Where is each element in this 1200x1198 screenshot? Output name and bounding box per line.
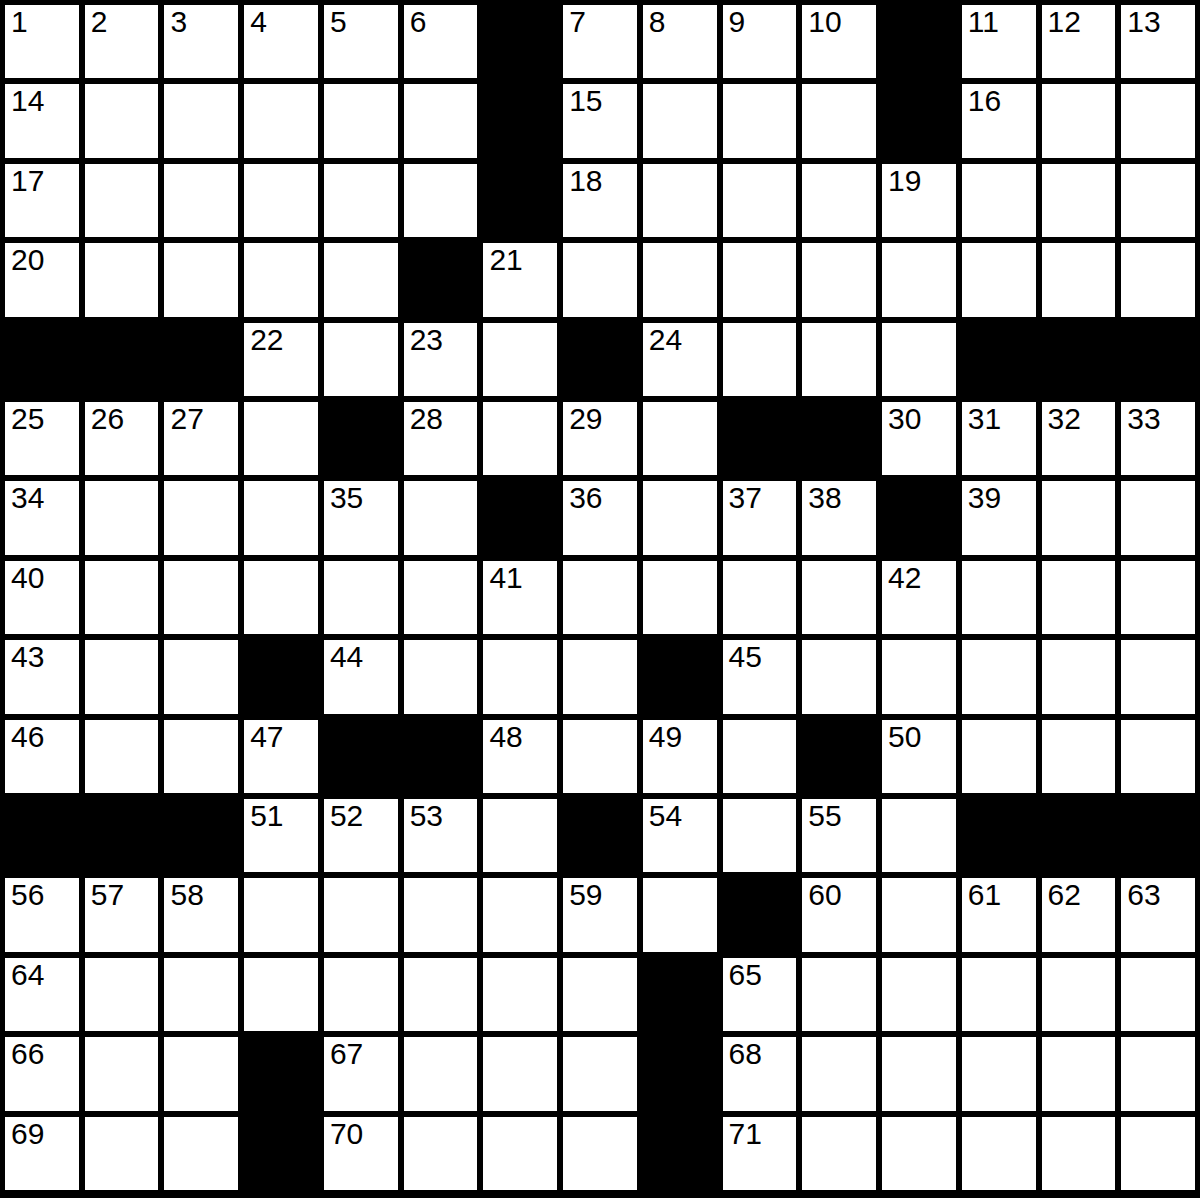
cell-r1c2[interactable]: 2 bbox=[85, 5, 159, 78]
clue-number: 63 bbox=[1127, 880, 1160, 910]
cell-r8c8[interactable] bbox=[563, 561, 637, 634]
black-cell-r14c4 bbox=[244, 1037, 318, 1110]
clue-number: 14 bbox=[11, 86, 44, 116]
black-cell-r6c11 bbox=[802, 402, 876, 475]
clue-number: 25 bbox=[11, 404, 44, 434]
cell-r9c7[interactable] bbox=[483, 640, 557, 713]
cell-r1c5[interactable]: 5 bbox=[324, 5, 398, 78]
crossword-grid: 1234567891011121314151617181920212223242… bbox=[0, 0, 1200, 1198]
cell-r13c12[interactable] bbox=[882, 958, 956, 1031]
cell-r7c9[interactable] bbox=[643, 481, 717, 554]
cell-r13c2[interactable] bbox=[85, 958, 159, 1031]
cell-r13c8[interactable] bbox=[563, 958, 637, 1031]
cell-r9c11[interactable] bbox=[802, 640, 876, 713]
black-cell-r13c9 bbox=[643, 958, 717, 1031]
cell-r2c5[interactable] bbox=[324, 84, 398, 157]
cell-r7c15[interactable] bbox=[1121, 481, 1195, 554]
clue-number: 57 bbox=[91, 880, 124, 910]
cell-r15c12[interactable] bbox=[882, 1117, 956, 1190]
cell-r11c5[interactable]: 52 bbox=[324, 799, 398, 872]
cell-r5c4[interactable]: 22 bbox=[244, 323, 318, 396]
cell-r14c13[interactable] bbox=[962, 1037, 1036, 1110]
clue-number: 13 bbox=[1127, 7, 1160, 37]
clue-number: 67 bbox=[330, 1039, 363, 1069]
black-cell-r7c7 bbox=[483, 481, 557, 554]
clue-number: 62 bbox=[1048, 880, 1081, 910]
cell-r10c1[interactable]: 46 bbox=[5, 720, 79, 793]
cell-r14c15[interactable] bbox=[1121, 1037, 1195, 1110]
cell-r14c1[interactable]: 66 bbox=[5, 1037, 79, 1110]
black-cell-r4c6 bbox=[404, 243, 478, 316]
cell-r2c8[interactable]: 15 bbox=[563, 84, 637, 157]
black-cell-r5c13 bbox=[962, 323, 1036, 396]
clue-number: 56 bbox=[11, 880, 44, 910]
cell-r13c14[interactable] bbox=[1042, 958, 1116, 1031]
cell-r10c7[interactable]: 48 bbox=[483, 720, 557, 793]
cell-r15c6[interactable] bbox=[404, 1117, 478, 1190]
cell-r15c14[interactable] bbox=[1042, 1117, 1116, 1190]
cell-r14c8[interactable] bbox=[563, 1037, 637, 1110]
clue-number: 36 bbox=[569, 483, 602, 513]
cell-r3c3[interactable] bbox=[164, 164, 238, 237]
clue-number: 34 bbox=[11, 483, 44, 513]
cell-r2c15[interactable] bbox=[1121, 84, 1195, 157]
cell-r4c10[interactable] bbox=[723, 243, 797, 316]
cell-r8c2[interactable] bbox=[85, 561, 159, 634]
clue-number: 24 bbox=[649, 325, 682, 355]
cell-r10c12[interactable]: 50 bbox=[882, 720, 956, 793]
cell-r1c3[interactable]: 3 bbox=[164, 5, 238, 78]
cell-r8c1[interactable]: 40 bbox=[5, 561, 79, 634]
cell-r13c11[interactable] bbox=[802, 958, 876, 1031]
cell-r15c8[interactable] bbox=[563, 1117, 637, 1190]
black-cell-r10c11 bbox=[802, 720, 876, 793]
cell-r14c12[interactable] bbox=[882, 1037, 956, 1110]
cell-r14c6[interactable] bbox=[404, 1037, 478, 1110]
cell-r6c3[interactable]: 27 bbox=[164, 402, 238, 475]
black-cell-r11c14 bbox=[1042, 799, 1116, 872]
cell-r12c4[interactable] bbox=[244, 878, 318, 951]
clue-number: 55 bbox=[808, 801, 841, 831]
cell-r7c4[interactable] bbox=[244, 481, 318, 554]
black-cell-r2c7 bbox=[483, 84, 557, 157]
black-cell-r5c1 bbox=[5, 323, 79, 396]
clue-number: 52 bbox=[330, 801, 363, 831]
cell-r2c13[interactable]: 16 bbox=[962, 84, 1036, 157]
clue-number: 30 bbox=[888, 404, 921, 434]
cell-r3c11[interactable] bbox=[802, 164, 876, 237]
cell-r7c1[interactable]: 34 bbox=[5, 481, 79, 554]
clue-number: 2 bbox=[91, 7, 108, 37]
cell-r6c13[interactable]: 31 bbox=[962, 402, 1036, 475]
clue-number: 1 bbox=[11, 7, 28, 37]
cell-r2c6[interactable] bbox=[404, 84, 478, 157]
black-cell-r11c13 bbox=[962, 799, 1036, 872]
cell-r14c7[interactable] bbox=[483, 1037, 557, 1110]
cell-r2c11[interactable] bbox=[802, 84, 876, 157]
cell-r9c8[interactable] bbox=[563, 640, 637, 713]
cell-r3c15[interactable] bbox=[1121, 164, 1195, 237]
clue-number: 33 bbox=[1127, 404, 1160, 434]
cell-r8c11[interactable] bbox=[802, 561, 876, 634]
cell-r7c10[interactable]: 37 bbox=[723, 481, 797, 554]
cell-r4c15[interactable] bbox=[1121, 243, 1195, 316]
black-cell-r11c15 bbox=[1121, 799, 1195, 872]
clue-number: 7 bbox=[569, 7, 586, 37]
cell-r3c1[interactable]: 17 bbox=[5, 164, 79, 237]
clue-number: 51 bbox=[250, 801, 283, 831]
clue-number: 16 bbox=[968, 86, 1001, 116]
cell-r13c4[interactable] bbox=[244, 958, 318, 1031]
cell-r11c10[interactable] bbox=[723, 799, 797, 872]
cell-r6c8[interactable]: 29 bbox=[563, 402, 637, 475]
cell-r13c15[interactable] bbox=[1121, 958, 1195, 1031]
cell-r3c8[interactable]: 18 bbox=[563, 164, 637, 237]
cell-r6c7[interactable] bbox=[483, 402, 557, 475]
black-cell-r11c3 bbox=[164, 799, 238, 872]
cell-r2c2[interactable] bbox=[85, 84, 159, 157]
cell-r12c2[interactable]: 57 bbox=[85, 878, 159, 951]
clue-number: 70 bbox=[330, 1119, 363, 1149]
cell-r8c7[interactable]: 41 bbox=[483, 561, 557, 634]
cell-r4c8[interactable] bbox=[563, 243, 637, 316]
cell-r11c11[interactable]: 55 bbox=[802, 799, 876, 872]
cell-r10c14[interactable] bbox=[1042, 720, 1116, 793]
cell-r3c6[interactable] bbox=[404, 164, 478, 237]
cell-r6c9[interactable] bbox=[643, 402, 717, 475]
clue-number: 3 bbox=[170, 7, 187, 37]
clue-number: 37 bbox=[729, 483, 762, 513]
cell-r1c6[interactable]: 6 bbox=[404, 5, 478, 78]
clue-number: 39 bbox=[968, 483, 1001, 513]
cell-r4c2[interactable] bbox=[85, 243, 159, 316]
cell-r11c4[interactable]: 51 bbox=[244, 799, 318, 872]
cell-r7c2[interactable] bbox=[85, 481, 159, 554]
black-cell-r15c9 bbox=[643, 1117, 717, 1190]
black-cell-r5c2 bbox=[85, 323, 159, 396]
clue-number: 43 bbox=[11, 642, 44, 672]
cell-r7c11[interactable]: 38 bbox=[802, 481, 876, 554]
clue-number: 40 bbox=[11, 563, 44, 593]
cell-r13c3[interactable] bbox=[164, 958, 238, 1031]
clue-number: 29 bbox=[569, 404, 602, 434]
cell-r13c10[interactable]: 65 bbox=[723, 958, 797, 1031]
black-cell-r2c12 bbox=[882, 84, 956, 157]
cell-r9c1[interactable]: 43 bbox=[5, 640, 79, 713]
cell-r13c6[interactable] bbox=[404, 958, 478, 1031]
clue-number: 22 bbox=[250, 325, 283, 355]
cell-r10c3[interactable] bbox=[164, 720, 238, 793]
cell-r15c3[interactable] bbox=[164, 1117, 238, 1190]
cell-r7c5[interactable]: 35 bbox=[324, 481, 398, 554]
clue-number: 46 bbox=[11, 722, 44, 752]
cell-r1c8[interactable]: 7 bbox=[563, 5, 637, 78]
cell-r10c8[interactable] bbox=[563, 720, 637, 793]
cell-r13c5[interactable] bbox=[324, 958, 398, 1031]
black-cell-r5c8 bbox=[563, 323, 637, 396]
black-cell-r1c12 bbox=[882, 5, 956, 78]
cell-r4c12[interactable] bbox=[882, 243, 956, 316]
cell-r4c3[interactable] bbox=[164, 243, 238, 316]
cell-r5c11[interactable] bbox=[802, 323, 876, 396]
clue-number: 45 bbox=[729, 642, 762, 672]
black-cell-r1c7 bbox=[483, 5, 557, 78]
clue-number: 12 bbox=[1048, 7, 1081, 37]
cell-r10c15[interactable] bbox=[1121, 720, 1195, 793]
cell-r12c12[interactable] bbox=[882, 878, 956, 951]
cell-r1c14[interactable]: 12 bbox=[1042, 5, 1116, 78]
cell-r12c5[interactable] bbox=[324, 878, 398, 951]
black-cell-r7c12 bbox=[882, 481, 956, 554]
clue-number: 27 bbox=[170, 404, 203, 434]
black-cell-r11c8 bbox=[563, 799, 637, 872]
cell-r10c13[interactable] bbox=[962, 720, 1036, 793]
cell-r7c13[interactable]: 39 bbox=[962, 481, 1036, 554]
cell-r7c8[interactable]: 36 bbox=[563, 481, 637, 554]
clue-number: 60 bbox=[808, 880, 841, 910]
clue-number: 20 bbox=[11, 245, 44, 275]
clue-number: 35 bbox=[330, 483, 363, 513]
clue-number: 47 bbox=[250, 722, 283, 752]
cell-r5c7[interactable] bbox=[483, 323, 557, 396]
clue-number: 48 bbox=[489, 722, 522, 752]
cell-r2c1[interactable]: 14 bbox=[5, 84, 79, 157]
clue-number: 66 bbox=[11, 1039, 44, 1069]
cell-r8c15[interactable] bbox=[1121, 561, 1195, 634]
cell-r6c2[interactable]: 26 bbox=[85, 402, 159, 475]
cell-r12c11[interactable]: 60 bbox=[802, 878, 876, 951]
cell-r3c2[interactable] bbox=[85, 164, 159, 237]
cell-r4c5[interactable] bbox=[324, 243, 398, 316]
black-cell-r5c14 bbox=[1042, 323, 1116, 396]
cell-r1c4[interactable]: 4 bbox=[244, 5, 318, 78]
clue-number: 23 bbox=[410, 325, 443, 355]
cell-r4c11[interactable] bbox=[802, 243, 876, 316]
black-cell-r6c5 bbox=[324, 402, 398, 475]
cell-r6c12[interactable]: 30 bbox=[882, 402, 956, 475]
cell-r15c11[interactable] bbox=[802, 1117, 876, 1190]
cell-r2c10[interactable] bbox=[723, 84, 797, 157]
cell-r12c15[interactable]: 63 bbox=[1121, 878, 1195, 951]
cell-r3c12[interactable]: 19 bbox=[882, 164, 956, 237]
cell-r3c13[interactable] bbox=[962, 164, 1036, 237]
cell-r10c9[interactable]: 49 bbox=[643, 720, 717, 793]
black-cell-r9c4 bbox=[244, 640, 318, 713]
clue-number: 38 bbox=[808, 483, 841, 513]
black-cell-r11c1 bbox=[5, 799, 79, 872]
cell-r6c14[interactable]: 32 bbox=[1042, 402, 1116, 475]
cell-r4c4[interactable] bbox=[244, 243, 318, 316]
cell-r15c2[interactable] bbox=[85, 1117, 159, 1190]
clue-number: 50 bbox=[888, 722, 921, 752]
cell-r8c6[interactable] bbox=[404, 561, 478, 634]
cell-r12c3[interactable]: 58 bbox=[164, 878, 238, 951]
clue-number: 53 bbox=[410, 801, 443, 831]
cell-r12c9[interactable] bbox=[643, 878, 717, 951]
cell-r15c5[interactable]: 70 bbox=[324, 1117, 398, 1190]
cell-r8c12[interactable]: 42 bbox=[882, 561, 956, 634]
black-cell-r15c4 bbox=[244, 1117, 318, 1190]
cell-r6c1[interactable]: 25 bbox=[5, 402, 79, 475]
cell-r9c2[interactable] bbox=[85, 640, 159, 713]
clue-number: 18 bbox=[569, 166, 602, 196]
cell-r8c10[interactable] bbox=[723, 561, 797, 634]
cell-r8c5[interactable] bbox=[324, 561, 398, 634]
black-cell-r14c9 bbox=[643, 1037, 717, 1110]
cell-r12c1[interactable]: 56 bbox=[5, 878, 79, 951]
black-cell-r11c2 bbox=[85, 799, 159, 872]
cell-r15c1[interactable]: 69 bbox=[5, 1117, 79, 1190]
cell-r14c3[interactable] bbox=[164, 1037, 238, 1110]
cell-r9c15[interactable] bbox=[1121, 640, 1195, 713]
clue-number: 11 bbox=[968, 7, 999, 37]
clue-number: 68 bbox=[729, 1039, 762, 1069]
cell-r7c14[interactable] bbox=[1042, 481, 1116, 554]
cell-r10c10[interactable] bbox=[723, 720, 797, 793]
clue-number: 19 bbox=[888, 166, 921, 196]
clue-number: 32 bbox=[1048, 404, 1081, 434]
black-cell-r5c3 bbox=[164, 323, 238, 396]
clue-number: 4 bbox=[250, 7, 267, 37]
cell-r4c14[interactable] bbox=[1042, 243, 1116, 316]
cell-r2c14[interactable] bbox=[1042, 84, 1116, 157]
cell-r3c4[interactable] bbox=[244, 164, 318, 237]
cell-r7c6[interactable] bbox=[404, 481, 478, 554]
clue-number: 41 bbox=[489, 563, 522, 593]
cell-r12c7[interactable] bbox=[483, 878, 557, 951]
black-cell-r10c5 bbox=[324, 720, 398, 793]
clue-number: 69 bbox=[11, 1119, 44, 1149]
clue-number: 28 bbox=[410, 404, 443, 434]
cell-r7c3[interactable] bbox=[164, 481, 238, 554]
clue-number: 17 bbox=[11, 166, 44, 196]
cell-r12c8[interactable]: 59 bbox=[563, 878, 637, 951]
cell-r8c4[interactable] bbox=[244, 561, 318, 634]
cell-r8c13[interactable] bbox=[962, 561, 1036, 634]
clue-number: 9 bbox=[729, 7, 746, 37]
cell-r6c4[interactable] bbox=[244, 402, 318, 475]
black-cell-r3c7 bbox=[483, 164, 557, 237]
cell-r9c14[interactable] bbox=[1042, 640, 1116, 713]
cell-r14c11[interactable] bbox=[802, 1037, 876, 1110]
clue-number: 59 bbox=[569, 880, 602, 910]
cell-r2c3[interactable] bbox=[164, 84, 238, 157]
cell-r1c11[interactable]: 10 bbox=[802, 5, 876, 78]
cell-r5c6[interactable]: 23 bbox=[404, 323, 478, 396]
cell-r11c6[interactable]: 53 bbox=[404, 799, 478, 872]
cell-r6c6[interactable]: 28 bbox=[404, 402, 478, 475]
cell-r15c15[interactable] bbox=[1121, 1117, 1195, 1190]
cell-r11c9[interactable]: 54 bbox=[643, 799, 717, 872]
cell-r12c14[interactable]: 62 bbox=[1042, 878, 1116, 951]
cell-r14c14[interactable] bbox=[1042, 1037, 1116, 1110]
cell-r11c12[interactable] bbox=[882, 799, 956, 872]
cell-r6c15[interactable]: 33 bbox=[1121, 402, 1195, 475]
cell-r9c5[interactable]: 44 bbox=[324, 640, 398, 713]
cell-r13c1[interactable]: 64 bbox=[5, 958, 79, 1031]
clue-number: 26 bbox=[91, 404, 124, 434]
clue-number: 49 bbox=[649, 722, 682, 752]
cell-r4c1[interactable]: 20 bbox=[5, 243, 79, 316]
cell-r12c6[interactable] bbox=[404, 878, 478, 951]
cell-r11c7[interactable] bbox=[483, 799, 557, 872]
cell-r14c2[interactable] bbox=[85, 1037, 159, 1110]
clue-number: 65 bbox=[729, 960, 762, 990]
clue-number: 21 bbox=[489, 245, 522, 275]
cell-r2c9[interactable] bbox=[643, 84, 717, 157]
cell-r8c9[interactable] bbox=[643, 561, 717, 634]
cell-r3c5[interactable] bbox=[324, 164, 398, 237]
cell-r9c10[interactable]: 45 bbox=[723, 640, 797, 713]
cell-r13c7[interactable] bbox=[483, 958, 557, 1031]
cell-r15c10[interactable]: 71 bbox=[723, 1117, 797, 1190]
cell-r5c10[interactable] bbox=[723, 323, 797, 396]
cell-r15c13[interactable] bbox=[962, 1117, 1036, 1190]
cell-r8c3[interactable] bbox=[164, 561, 238, 634]
cell-r9c6[interactable] bbox=[404, 640, 478, 713]
cell-r3c10[interactable] bbox=[723, 164, 797, 237]
black-cell-r5c15 bbox=[1121, 323, 1195, 396]
cell-r10c2[interactable] bbox=[85, 720, 159, 793]
cell-r5c9[interactable]: 24 bbox=[643, 323, 717, 396]
clue-number: 6 bbox=[410, 7, 427, 37]
cell-r9c13[interactable] bbox=[962, 640, 1036, 713]
cell-r2c4[interactable] bbox=[244, 84, 318, 157]
cell-r1c15[interactable]: 13 bbox=[1121, 5, 1195, 78]
clue-number: 58 bbox=[170, 880, 203, 910]
cell-r4c7[interactable]: 21 bbox=[483, 243, 557, 316]
black-cell-r10c6 bbox=[404, 720, 478, 793]
black-cell-r12c10 bbox=[723, 878, 797, 951]
cell-r8c14[interactable] bbox=[1042, 561, 1116, 634]
cell-r12c13[interactable]: 61 bbox=[962, 878, 1036, 951]
cell-r15c7[interactable] bbox=[483, 1117, 557, 1190]
cell-r1c13[interactable]: 11 bbox=[962, 5, 1036, 78]
black-cell-r9c9 bbox=[643, 640, 717, 713]
cell-r3c9[interactable] bbox=[643, 164, 717, 237]
clue-number: 31 bbox=[968, 404, 1001, 434]
cell-r1c9[interactable]: 8 bbox=[643, 5, 717, 78]
cell-r9c12[interactable] bbox=[882, 640, 956, 713]
clue-number: 5 bbox=[330, 7, 347, 37]
clue-number: 61 bbox=[968, 880, 1001, 910]
cell-r14c10[interactable]: 68 bbox=[723, 1037, 797, 1110]
cell-r1c10[interactable]: 9 bbox=[723, 5, 797, 78]
clue-number: 64 bbox=[11, 960, 44, 990]
cell-r3c14[interactable] bbox=[1042, 164, 1116, 237]
clue-number: 10 bbox=[808, 7, 841, 37]
clue-number: 54 bbox=[649, 801, 682, 831]
cell-r13c13[interactable] bbox=[962, 958, 1036, 1031]
black-cell-r6c10 bbox=[723, 402, 797, 475]
cell-r4c9[interactable] bbox=[643, 243, 717, 316]
cell-r1c1[interactable]: 1 bbox=[5, 5, 79, 78]
clue-number: 44 bbox=[330, 642, 363, 672]
clue-number: 15 bbox=[569, 86, 602, 116]
cell-r10c4[interactable]: 47 bbox=[244, 720, 318, 793]
cell-r9c3[interactable] bbox=[164, 640, 238, 713]
cell-r5c5[interactable] bbox=[324, 323, 398, 396]
cell-r14c5[interactable]: 67 bbox=[324, 1037, 398, 1110]
clue-number: 8 bbox=[649, 7, 666, 37]
cell-r5c12[interactable] bbox=[882, 323, 956, 396]
cell-r4c13[interactable] bbox=[962, 243, 1036, 316]
clue-number: 71 bbox=[729, 1119, 762, 1149]
clue-number: 42 bbox=[888, 563, 921, 593]
